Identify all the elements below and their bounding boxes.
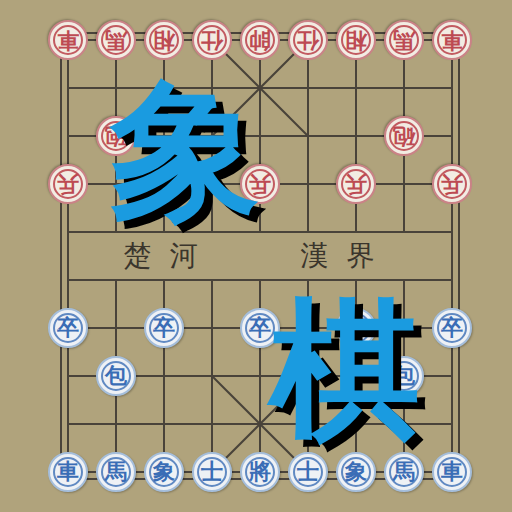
- board-point[interactable]: [92, 64, 140, 112]
- board-point[interactable]: 砲: [92, 112, 140, 160]
- board-point[interactable]: [428, 352, 476, 400]
- piece-red-帥[interactable]: 帥: [240, 20, 280, 60]
- board-point[interactable]: [284, 256, 332, 304]
- board-point[interactable]: [44, 400, 92, 448]
- piece-character: 仕: [297, 29, 319, 51]
- board-point[interactable]: 兵: [428, 160, 476, 208]
- board-point[interactable]: 卒: [332, 304, 380, 352]
- board-point[interactable]: [380, 208, 428, 256]
- board-point[interactable]: [332, 208, 380, 256]
- board-point[interactable]: [140, 400, 188, 448]
- piece-blue-象[interactable]: 象: [336, 452, 376, 492]
- piece-red-兵[interactable]: 兵: [432, 164, 472, 204]
- board-point[interactable]: 相: [140, 16, 188, 64]
- board-point[interactable]: [428, 64, 476, 112]
- board-point[interactable]: [284, 352, 332, 400]
- board-point[interactable]: 卒: [140, 304, 188, 352]
- board-point[interactable]: [44, 256, 92, 304]
- board-point[interactable]: [284, 64, 332, 112]
- piece-red-兵[interactable]: 兵: [48, 164, 88, 204]
- board-point[interactable]: 相: [332, 16, 380, 64]
- board-point[interactable]: [92, 160, 140, 208]
- piece-character: 砲: [393, 125, 415, 147]
- piece-character: 馬: [105, 461, 127, 483]
- board-point[interactable]: [92, 208, 140, 256]
- piece-blue-卒[interactable]: 卒: [336, 308, 376, 348]
- piece-character: 帥: [249, 29, 271, 51]
- piece-character: 馬: [393, 29, 415, 51]
- board-point[interactable]: 將: [236, 448, 284, 496]
- piece-character: 卒: [57, 317, 79, 339]
- board-point[interactable]: 士: [188, 448, 236, 496]
- piece-character: 砲: [105, 125, 127, 147]
- piece-character: 卒: [441, 317, 463, 339]
- board-point[interactable]: [44, 112, 92, 160]
- board-point[interactable]: [236, 400, 284, 448]
- board-point[interactable]: 兵: [236, 160, 284, 208]
- piece-character: 士: [201, 461, 223, 483]
- board-point[interactable]: 兵: [44, 160, 92, 208]
- board-point[interactable]: 卒: [44, 304, 92, 352]
- board-point[interactable]: 馬: [92, 448, 140, 496]
- board-point[interactable]: [380, 64, 428, 112]
- piece-character: 車: [57, 461, 79, 483]
- board-point[interactable]: 車: [428, 448, 476, 496]
- piece-red-車[interactable]: 車: [48, 20, 88, 60]
- board-point[interactable]: [188, 112, 236, 160]
- xiangqi-board[interactable]: 楚河 漢界 車馬相仕帥仕相馬車砲砲兵兵兵兵兵卒卒卒卒卒包包車馬象士將士象馬車 象…: [0, 0, 512, 512]
- board-point[interactable]: 包: [380, 352, 428, 400]
- piece-red-馬[interactable]: 馬: [384, 20, 424, 60]
- piece-character: 相: [345, 29, 367, 51]
- piece-blue-車[interactable]: 車: [48, 452, 88, 492]
- piece-character: 車: [441, 461, 463, 483]
- board-point[interactable]: 兵: [140, 160, 188, 208]
- piece-blue-卒[interactable]: 卒: [240, 308, 280, 348]
- board-point[interactable]: [188, 400, 236, 448]
- piece-red-兵[interactable]: 兵: [336, 164, 376, 204]
- board-point[interactable]: [188, 256, 236, 304]
- board-point[interactable]: [332, 112, 380, 160]
- board-point[interactable]: [236, 352, 284, 400]
- piece-character: 馬: [393, 461, 415, 483]
- board-point[interactable]: [284, 304, 332, 352]
- board-point[interactable]: 卒: [236, 304, 284, 352]
- board-point[interactable]: [332, 64, 380, 112]
- board-point[interactable]: [380, 256, 428, 304]
- board-point[interactable]: [332, 400, 380, 448]
- board-point[interactable]: [284, 160, 332, 208]
- piece-blue-馬[interactable]: 馬: [384, 452, 424, 492]
- piece-character: 仕: [201, 29, 223, 51]
- board-point[interactable]: [140, 112, 188, 160]
- board-point[interactable]: [236, 64, 284, 112]
- board-point[interactable]: [236, 256, 284, 304]
- board-point[interactable]: 砲: [380, 112, 428, 160]
- piece-blue-象[interactable]: 象: [144, 452, 184, 492]
- piece-character: 象: [345, 461, 367, 483]
- piece-blue-卒[interactable]: 卒: [144, 308, 184, 348]
- piece-character: 兵: [345, 173, 367, 195]
- piece-character: 馬: [105, 29, 127, 51]
- board-point[interactable]: [92, 400, 140, 448]
- board-point[interactable]: 帥: [236, 16, 284, 64]
- board-point[interactable]: 仕: [188, 16, 236, 64]
- piece-character: 將: [249, 461, 271, 483]
- piece-red-兵[interactable]: 兵: [240, 164, 280, 204]
- piece-red-車[interactable]: 車: [432, 20, 472, 60]
- piece-blue-馬[interactable]: 馬: [96, 452, 136, 492]
- board-point[interactable]: [332, 352, 380, 400]
- piece-character: 卒: [153, 317, 175, 339]
- piece-character: 相: [153, 29, 175, 51]
- piece-character: 兵: [441, 173, 463, 195]
- board-point[interactable]: 馬: [380, 448, 428, 496]
- piece-red-兵[interactable]: 兵: [144, 164, 184, 204]
- board-point[interactable]: [332, 256, 380, 304]
- board-point[interactable]: [380, 160, 428, 208]
- board-point[interactable]: [140, 208, 188, 256]
- board-point[interactable]: [284, 112, 332, 160]
- piece-character: 兵: [153, 173, 175, 195]
- board-point[interactable]: 仕: [284, 16, 332, 64]
- piece-blue-包[interactable]: 包: [96, 356, 136, 396]
- piece-blue-士[interactable]: 士: [288, 452, 328, 492]
- board-point[interactable]: 象: [332, 448, 380, 496]
- pieces-grid: 車馬相仕帥仕相馬車砲砲兵兵兵兵兵卒卒卒卒卒包包車馬象士將士象馬車: [44, 16, 476, 496]
- board-point[interactable]: [284, 208, 332, 256]
- board-point[interactable]: [140, 256, 188, 304]
- piece-blue-車[interactable]: 車: [432, 452, 472, 492]
- piece-character: 車: [441, 29, 463, 51]
- board-point[interactable]: 車: [44, 448, 92, 496]
- board-point[interactable]: [236, 112, 284, 160]
- piece-red-仕[interactable]: 仕: [192, 20, 232, 60]
- piece-red-仕[interactable]: 仕: [288, 20, 328, 60]
- board-point[interactable]: [236, 208, 284, 256]
- board-point[interactable]: [44, 208, 92, 256]
- board-point[interactable]: 兵: [332, 160, 380, 208]
- piece-blue-包[interactable]: 包: [384, 356, 424, 396]
- piece-character: 包: [393, 365, 415, 387]
- board-point[interactable]: 馬: [380, 16, 428, 64]
- board-point[interactable]: [380, 304, 428, 352]
- board-point[interactable]: [92, 256, 140, 304]
- board-point[interactable]: 士: [284, 448, 332, 496]
- board-point[interactable]: [140, 352, 188, 400]
- board-point[interactable]: [188, 304, 236, 352]
- board-point[interactable]: [428, 256, 476, 304]
- board-point[interactable]: [284, 400, 332, 448]
- piece-red-相[interactable]: 相: [336, 20, 376, 60]
- piece-blue-卒[interactable]: 卒: [48, 308, 88, 348]
- board-point[interactable]: 車: [428, 16, 476, 64]
- piece-character: 包: [105, 365, 127, 387]
- piece-red-砲[interactable]: 砲: [96, 116, 136, 156]
- board-point[interactable]: 包: [92, 352, 140, 400]
- board-point[interactable]: [188, 64, 236, 112]
- piece-blue-將[interactable]: 將: [240, 452, 280, 492]
- board-point[interactable]: 馬: [92, 16, 140, 64]
- board-point[interactable]: [188, 352, 236, 400]
- board-point[interactable]: 卒: [428, 304, 476, 352]
- piece-blue-士[interactable]: 士: [192, 452, 232, 492]
- board-point[interactable]: [188, 160, 236, 208]
- piece-character: 車: [57, 29, 79, 51]
- piece-blue-卒[interactable]: 卒: [432, 308, 472, 348]
- board-point[interactable]: [188, 208, 236, 256]
- board-point[interactable]: [44, 64, 92, 112]
- board-point[interactable]: [44, 352, 92, 400]
- piece-character: 士: [297, 461, 319, 483]
- piece-red-馬[interactable]: 馬: [96, 20, 136, 60]
- board-point[interactable]: 象: [140, 448, 188, 496]
- piece-character: 卒: [345, 317, 367, 339]
- piece-red-相[interactable]: 相: [144, 20, 184, 60]
- board-point[interactable]: [380, 400, 428, 448]
- board-point[interactable]: 車: [44, 16, 92, 64]
- piece-character: 卒: [249, 317, 271, 339]
- board-point[interactable]: [92, 304, 140, 352]
- piece-character: 象: [153, 461, 175, 483]
- board-point[interactable]: [428, 208, 476, 256]
- piece-character: 兵: [249, 173, 271, 195]
- piece-character: 兵: [57, 173, 79, 195]
- board-point[interactable]: [140, 64, 188, 112]
- board-point[interactable]: [428, 112, 476, 160]
- board-point[interactable]: [428, 400, 476, 448]
- piece-red-砲[interactable]: 砲: [384, 116, 424, 156]
